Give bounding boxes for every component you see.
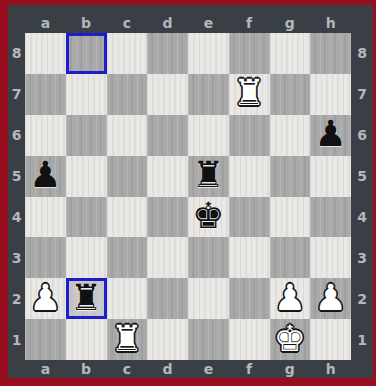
rank-label-1-left: 1 — [8, 319, 25, 360]
square-e6[interactable] — [188, 115, 229, 156]
square-d6[interactable] — [147, 115, 188, 156]
rank-label-8-right: 8 — [351, 33, 373, 74]
chess-board: ♜♟♟♜♚♟♜♟♟♜♚ — [25, 33, 351, 360]
square-d7[interactable] — [147, 74, 188, 115]
square-f2[interactable] — [229, 278, 270, 319]
file-label-c-top: c — [107, 16, 148, 33]
square-d5[interactable] — [147, 156, 188, 197]
square-g2[interactable]: ♟ — [270, 278, 311, 319]
rank-label-3-right: 3 — [351, 237, 373, 278]
square-h7[interactable] — [310, 74, 351, 115]
rank-label-4-right: 4 — [351, 197, 373, 238]
rank-label-1-right: 1 — [351, 319, 373, 360]
rank-label-6-left: 6 — [8, 115, 25, 156]
piece-black-pawn-a5[interactable]: ♟ — [29, 157, 61, 193]
square-b3[interactable] — [66, 237, 107, 278]
square-e3[interactable] — [188, 237, 229, 278]
square-b6[interactable] — [66, 115, 107, 156]
square-a8[interactable] — [25, 33, 66, 74]
file-labels-bottom: abcdefgh — [25, 360, 351, 378]
square-h2[interactable]: ♟ — [310, 278, 351, 319]
square-c2[interactable] — [107, 278, 148, 319]
square-h3[interactable] — [310, 237, 351, 278]
square-a5[interactable]: ♟ — [25, 156, 66, 197]
square-g7[interactable] — [270, 74, 311, 115]
square-f8[interactable] — [229, 33, 270, 74]
file-label-b-top: b — [66, 16, 107, 33]
rank-label-6-right: 6 — [351, 115, 373, 156]
square-b8[interactable] — [66, 33, 107, 74]
square-d3[interactable] — [147, 237, 188, 278]
board-frame: abcdefgh 87654321 ♜♟♟♜♚♟♜♟♟♜♚ 87654321 a… — [8, 5, 373, 378]
square-b1[interactable] — [66, 319, 107, 360]
square-e4[interactable]: ♚ — [188, 197, 229, 238]
square-f5[interactable] — [229, 156, 270, 197]
file-label-g-bottom: g — [270, 362, 311, 377]
piece-black-rook-b2[interactable]: ♜ — [70, 280, 102, 316]
square-c4[interactable] — [107, 197, 148, 238]
square-c1[interactable]: ♜ — [107, 319, 148, 360]
square-h6[interactable]: ♟ — [310, 115, 351, 156]
rank-label-2-right: 2 — [351, 278, 373, 319]
rank-labels-left: 87654321 — [8, 33, 25, 360]
square-f7[interactable]: ♜ — [229, 74, 270, 115]
square-g6[interactable] — [270, 115, 311, 156]
square-e5[interactable]: ♜ — [188, 156, 229, 197]
rank-label-7-left: 7 — [8, 74, 25, 115]
file-label-d-bottom: d — [147, 362, 188, 377]
file-label-a-bottom: a — [25, 362, 66, 377]
square-b7[interactable] — [66, 74, 107, 115]
file-label-f-bottom: f — [229, 362, 270, 377]
rank-label-2-left: 2 — [8, 278, 25, 319]
square-f3[interactable] — [229, 237, 270, 278]
square-h1[interactable] — [310, 319, 351, 360]
square-b5[interactable] — [66, 156, 107, 197]
square-c8[interactable] — [107, 33, 148, 74]
file-label-f-top: f — [229, 16, 270, 33]
square-g3[interactable] — [270, 237, 311, 278]
square-h8[interactable] — [310, 33, 351, 74]
file-label-h-bottom: h — [310, 362, 351, 377]
square-a4[interactable] — [25, 197, 66, 238]
square-e7[interactable] — [188, 74, 229, 115]
piece-white-pawn-h2[interactable]: ♟ — [314, 280, 346, 316]
square-c6[interactable] — [107, 115, 148, 156]
file-label-c-bottom: c — [107, 362, 148, 377]
square-d8[interactable] — [147, 33, 188, 74]
square-h4[interactable] — [310, 197, 351, 238]
rank-label-8-left: 8 — [8, 33, 25, 74]
file-label-h-top: h — [310, 16, 351, 33]
piece-white-pawn-g2[interactable]: ♟ — [274, 280, 306, 316]
square-a7[interactable] — [25, 74, 66, 115]
board-outer-border: abcdefgh 87654321 ♜♟♟♜♚♟♜♟♟♜♚ 87654321 a… — [0, 0, 376, 386]
piece-white-pawn-a2[interactable]: ♟ — [29, 280, 61, 316]
square-c3[interactable] — [107, 237, 148, 278]
square-a2[interactable]: ♟ — [25, 278, 66, 319]
square-b2[interactable]: ♜ — [66, 278, 107, 319]
square-d1[interactable] — [147, 319, 188, 360]
square-e8[interactable] — [188, 33, 229, 74]
square-g8[interactable] — [270, 33, 311, 74]
piece-black-king-e4[interactable]: ♚ — [192, 198, 224, 234]
square-f4[interactable] — [229, 197, 270, 238]
square-c7[interactable] — [107, 74, 148, 115]
square-g1[interactable]: ♚ — [270, 319, 311, 360]
square-e2[interactable] — [188, 278, 229, 319]
square-c5[interactable] — [107, 156, 148, 197]
square-h5[interactable] — [310, 156, 351, 197]
file-label-b-bottom: b — [66, 362, 107, 377]
file-label-e-top: e — [188, 16, 229, 33]
square-b4[interactable] — [66, 197, 107, 238]
file-label-a-top: a — [25, 16, 66, 33]
piece-black-pawn-h6[interactable]: ♟ — [314, 116, 346, 152]
square-a1[interactable] — [25, 319, 66, 360]
square-d4[interactable] — [147, 197, 188, 238]
square-a6[interactable] — [25, 115, 66, 156]
piece-white-rook-c1[interactable]: ♜ — [111, 321, 143, 357]
file-label-e-bottom: e — [188, 362, 229, 377]
square-e1[interactable] — [188, 319, 229, 360]
rank-label-5-left: 5 — [8, 156, 25, 197]
file-label-d-top: d — [147, 16, 188, 33]
rank-labels-right: 87654321 — [351, 33, 373, 360]
rank-label-5-right: 5 — [351, 156, 373, 197]
rank-label-3-left: 3 — [8, 237, 25, 278]
square-f1[interactable] — [229, 319, 270, 360]
square-f6[interactable] — [229, 115, 270, 156]
square-g5[interactable] — [270, 156, 311, 197]
rank-label-7-right: 7 — [351, 74, 373, 115]
file-labels-top: abcdefgh — [25, 5, 351, 33]
piece-black-rook-e5[interactable]: ♜ — [192, 157, 224, 193]
square-g4[interactable] — [270, 197, 311, 238]
piece-white-king-g1[interactable]: ♚ — [274, 321, 306, 357]
square-d2[interactable] — [147, 278, 188, 319]
file-label-g-top: g — [270, 16, 311, 33]
rank-label-4-left: 4 — [8, 197, 25, 238]
square-a3[interactable] — [25, 237, 66, 278]
piece-white-rook-f7[interactable]: ♜ — [233, 75, 265, 111]
